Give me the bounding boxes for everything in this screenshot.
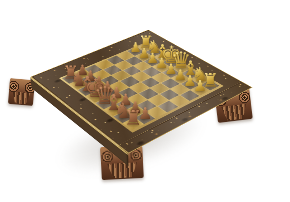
board-scene	[61, 3, 219, 161]
product-photo-stage: ♜♞♝♛♚♝♞♜♟♟♟♟♟♟♟♟♟♟♟♟♟♟♟♟♜♞♝♛♚♝♞♜	[0, 0, 290, 202]
